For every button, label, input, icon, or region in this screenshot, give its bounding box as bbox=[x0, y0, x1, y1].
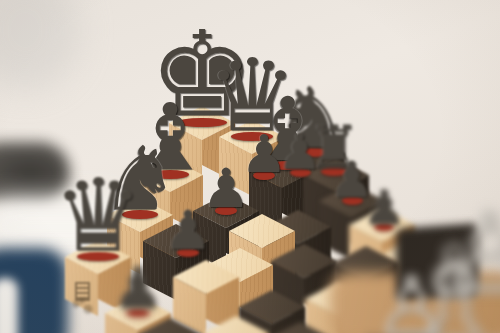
cube-top-face bbox=[203, 316, 269, 333]
piece-pawn-dark: ♟ bbox=[161, 199, 215, 253]
background-white-edge bbox=[0, 278, 18, 333]
light-wood-cube bbox=[203, 316, 269, 333]
cube-top-face bbox=[267, 322, 333, 333]
background-shadow-topleft bbox=[0, 0, 80, 90]
piece-pawn-silver-blurred: ♙ bbox=[370, 258, 454, 333]
photograph: ♚♛♝♝♞♞♛♜♟♟♟♟♟♟♟ ♗♙♙ bbox=[0, 0, 500, 333]
piece-pawn-dark: ♟ bbox=[109, 255, 167, 313]
wood-stain bbox=[67, 298, 97, 314]
dark-wood-cube bbox=[267, 322, 333, 333]
piece-queen-dark: ♛ bbox=[48, 157, 148, 257]
